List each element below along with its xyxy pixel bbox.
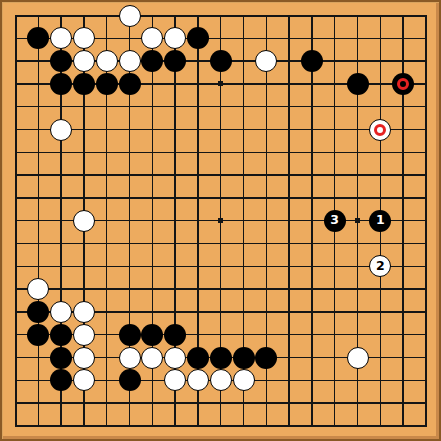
white-stone [255,50,277,72]
white-stone [73,369,95,391]
go-board: 312 [0,0,441,441]
black-stone [187,27,209,49]
black-stone [347,73,369,95]
black-stone [392,73,414,95]
grid-line-horizontal [15,266,427,267]
black-stone [164,324,186,346]
grid-line-horizontal [15,425,427,427]
white-stone [164,369,186,391]
black-stone [50,324,72,346]
grid-line-horizontal [15,243,427,244]
black-stone [50,347,72,369]
circle-marker-icon [374,124,386,136]
white-stone [164,347,186,369]
black-stone [164,50,186,72]
black-stone [50,50,72,72]
white-stone [73,50,95,72]
black-stone [210,347,232,369]
black-stone [27,301,49,323]
white-stone [164,27,186,49]
grid-line-vertical [288,15,289,427]
white-stone: 2 [369,255,391,277]
white-stone [73,347,95,369]
white-stone [50,301,72,323]
go-diagram: 312 [0,0,441,441]
grid-line-vertical [425,15,427,427]
white-stone [73,27,95,49]
white-stone [27,278,49,300]
black-stone [210,50,232,72]
black-stone [50,369,72,391]
white-stone [141,347,163,369]
white-stone [73,210,95,232]
black-stone [96,73,118,95]
white-stone [50,27,72,49]
black-stone [141,324,163,346]
white-stone [119,50,141,72]
black-stone: 1 [369,210,391,232]
move-number-label: 3 [330,214,339,227]
star-point [218,218,223,223]
black-stone [50,73,72,95]
grid-line-vertical [311,15,312,427]
black-stone [255,347,277,369]
grid-line-horizontal [15,288,427,289]
move-number-label: 2 [376,260,385,273]
star-point [218,81,223,86]
black-stone [119,73,141,95]
black-stone [119,324,141,346]
black-stone [187,347,209,369]
white-stone [141,27,163,49]
white-stone [73,301,95,323]
white-stone [369,119,391,141]
white-stone [119,5,141,27]
white-stone [96,50,118,72]
white-stone [187,369,209,391]
black-stone [233,347,255,369]
white-stone [73,324,95,346]
white-stone [347,347,369,369]
star-point [355,218,360,223]
circle-marker-icon [397,78,409,90]
black-stone [27,27,49,49]
black-stone [119,369,141,391]
white-stone [119,347,141,369]
white-stone [50,119,72,141]
black-stone [27,324,49,346]
black-stone [73,73,95,95]
black-stone [141,50,163,72]
white-stone [210,369,232,391]
black-stone: 3 [324,210,346,232]
white-stone [233,369,255,391]
grid-line-horizontal [15,402,427,403]
move-number-label: 1 [376,214,385,227]
black-stone [301,50,323,72]
